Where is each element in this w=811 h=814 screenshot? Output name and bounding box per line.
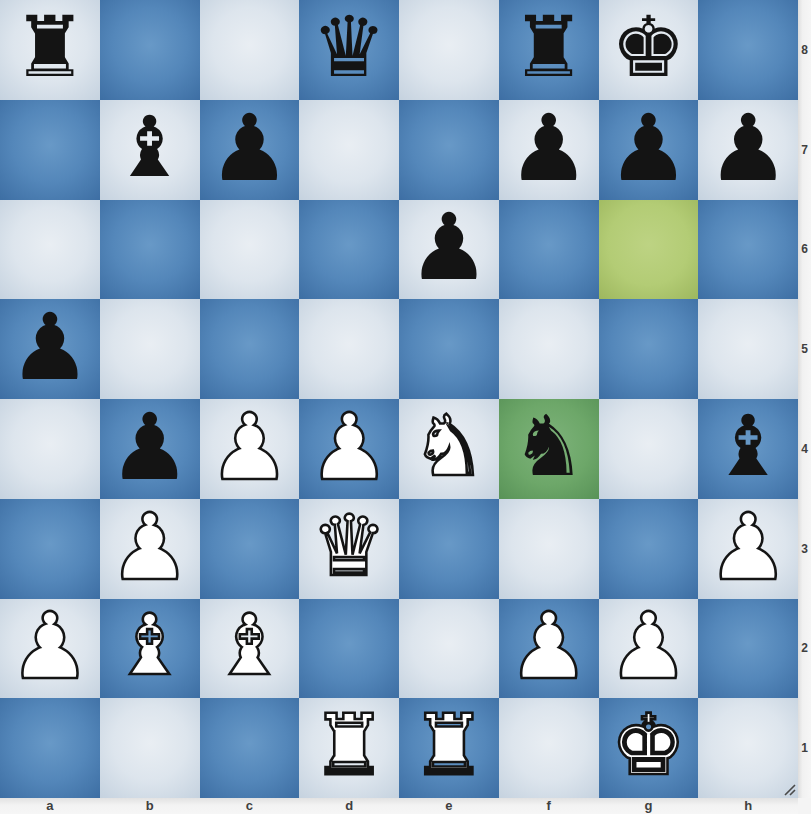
square-a7[interactable]	[0, 100, 100, 200]
square-f5[interactable]	[499, 299, 599, 399]
white-bishop[interactable]: ♝	[212, 603, 287, 687]
square-d5[interactable]	[299, 299, 399, 399]
square-b7[interactable]: ♝	[100, 100, 200, 200]
square-h8[interactable]	[698, 0, 798, 100]
square-a2[interactable]: ♟	[0, 599, 100, 699]
square-a3[interactable]	[0, 499, 100, 599]
black-pawn[interactable]: ♟	[408, 202, 490, 294]
square-g1[interactable]: ♚	[599, 698, 699, 798]
square-f1[interactable]	[499, 698, 599, 798]
white-pawn[interactable]: ♟	[308, 402, 390, 494]
rank-label-2: 2	[798, 599, 811, 699]
square-b5[interactable]	[100, 299, 200, 399]
black-pawn[interactable]: ♟	[707, 103, 789, 195]
file-coordinates: abcdefgh	[0, 798, 798, 814]
white-rook[interactable]: ♜	[311, 703, 386, 787]
square-e5[interactable]	[399, 299, 499, 399]
white-pawn[interactable]: ♟	[208, 402, 290, 494]
file-label-g: g	[599, 798, 699, 814]
square-f4[interactable]: ♞	[499, 399, 599, 499]
file-label-f: f	[499, 798, 599, 814]
black-bishop[interactable]: ♝	[710, 404, 785, 488]
white-bishop[interactable]: ♝	[112, 603, 187, 687]
black-pawn[interactable]: ♟	[208, 103, 290, 195]
square-h4[interactable]: ♝	[698, 399, 798, 499]
square-e8[interactable]	[399, 0, 499, 100]
square-e6[interactable]: ♟	[399, 200, 499, 300]
square-c2[interactable]: ♝	[200, 599, 300, 699]
white-pawn[interactable]: ♟	[507, 601, 589, 693]
square-e4[interactable]: ♞	[399, 399, 499, 499]
square-a6[interactable]	[0, 200, 100, 300]
square-h2[interactable]	[698, 599, 798, 699]
file-label-a: a	[0, 798, 100, 814]
square-g3[interactable]	[599, 499, 699, 599]
white-pawn[interactable]: ♟	[607, 601, 689, 693]
file-label-d: d	[299, 798, 399, 814]
square-h1[interactable]	[698, 698, 798, 798]
square-g8[interactable]: ♚	[599, 0, 699, 100]
square-e1[interactable]: ♜	[399, 698, 499, 798]
square-a1[interactable]	[0, 698, 100, 798]
square-d1[interactable]: ♜	[299, 698, 399, 798]
white-pawn[interactable]: ♟	[9, 601, 91, 693]
square-c3[interactable]	[200, 499, 300, 599]
square-c4[interactable]: ♟	[200, 399, 300, 499]
square-c5[interactable]	[200, 299, 300, 399]
black-rook[interactable]: ♜	[12, 5, 87, 89]
square-a5[interactable]: ♟	[0, 299, 100, 399]
square-h5[interactable]	[698, 299, 798, 399]
chess-board: ♜♛♜♚♝♟♟♟♟♟♟♟♟♟♞♞♝♟♛♟♟♝♝♟♟♜♜♚	[0, 0, 798, 798]
square-c1[interactable]	[200, 698, 300, 798]
file-label-h: h	[698, 798, 798, 814]
square-c6[interactable]	[200, 200, 300, 300]
resize-handle-icon[interactable]	[782, 782, 796, 796]
white-pawn[interactable]: ♟	[707, 502, 789, 594]
square-a4[interactable]	[0, 399, 100, 499]
file-label-b: b	[100, 798, 200, 814]
rank-label-1: 1	[798, 698, 811, 798]
rank-label-3: 3	[798, 499, 811, 599]
square-f7[interactable]: ♟	[499, 100, 599, 200]
black-pawn[interactable]: ♟	[108, 402, 190, 494]
white-king[interactable]: ♚	[611, 703, 686, 787]
square-b8[interactable]	[100, 0, 200, 100]
black-pawn[interactable]: ♟	[607, 103, 689, 195]
rank-label-5: 5	[798, 299, 811, 399]
square-g2[interactable]: ♟	[599, 599, 699, 699]
square-g6[interactable]	[599, 200, 699, 300]
square-h7[interactable]: ♟	[698, 100, 798, 200]
rank-label-8: 8	[798, 0, 811, 100]
white-knight[interactable]: ♞	[411, 404, 486, 488]
file-label-e: e	[399, 798, 499, 814]
square-d7[interactable]	[299, 100, 399, 200]
black-queen[interactable]: ♛	[311, 5, 386, 89]
square-b6[interactable]	[100, 200, 200, 300]
square-g7[interactable]: ♟	[599, 100, 699, 200]
rank-coordinates: 87654321	[798, 0, 811, 798]
black-pawn[interactable]: ♟	[9, 302, 91, 394]
square-d4[interactable]: ♟	[299, 399, 399, 499]
square-b1[interactable]	[100, 698, 200, 798]
black-rook[interactable]: ♜	[511, 5, 586, 89]
square-f8[interactable]: ♜	[499, 0, 599, 100]
black-bishop[interactable]: ♝	[112, 105, 187, 189]
square-f6[interactable]	[499, 200, 599, 300]
white-queen[interactable]: ♛	[311, 504, 386, 588]
white-rook[interactable]: ♜	[411, 703, 486, 787]
board-frame-corner	[798, 798, 811, 814]
square-h3[interactable]: ♟	[698, 499, 798, 599]
black-knight[interactable]: ♞	[511, 404, 586, 488]
square-a8[interactable]: ♜	[0, 0, 100, 100]
rank-label-6: 6	[798, 200, 811, 300]
square-g5[interactable]	[599, 299, 699, 399]
square-d2[interactable]	[299, 599, 399, 699]
square-b3[interactable]: ♟	[100, 499, 200, 599]
square-c8[interactable]	[200, 0, 300, 100]
square-f2[interactable]: ♟	[499, 599, 599, 699]
chess-app: ♜♛♜♚♝♟♟♟♟♟♟♟♟♟♞♞♝♟♛♟♟♝♝♟♟♜♜♚ 87654321 ab…	[0, 0, 811, 814]
black-pawn[interactable]: ♟	[507, 103, 589, 195]
square-e2[interactable]	[399, 599, 499, 699]
square-d6[interactable]	[299, 200, 399, 300]
square-c7[interactable]: ♟	[200, 100, 300, 200]
white-pawn[interactable]: ♟	[108, 502, 190, 594]
rank-label-4: 4	[798, 399, 811, 499]
square-e3[interactable]	[399, 499, 499, 599]
square-d3[interactable]: ♛	[299, 499, 399, 599]
square-d8[interactable]: ♛	[299, 0, 399, 100]
square-e7[interactable]	[399, 100, 499, 200]
black-king[interactable]: ♚	[611, 5, 686, 89]
square-g4[interactable]	[599, 399, 699, 499]
rank-label-7: 7	[798, 100, 811, 200]
square-b4[interactable]: ♟	[100, 399, 200, 499]
square-f3[interactable]	[499, 499, 599, 599]
file-label-c: c	[200, 798, 300, 814]
square-h6[interactable]	[698, 200, 798, 300]
square-b2[interactable]: ♝	[100, 599, 200, 699]
